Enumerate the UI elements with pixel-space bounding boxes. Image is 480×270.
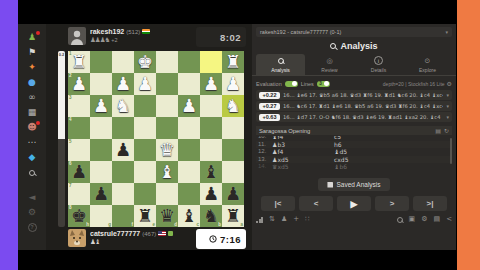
- black-king-h8[interactable]: ♚: [68, 205, 90, 227]
- white-pawn-g3[interactable]: ♟: [90, 95, 112, 117]
- square-d3[interactable]: [156, 95, 178, 117]
- square-g5[interactable]: [90, 139, 112, 161]
- engine-eval-badge: +0.22: [259, 92, 280, 99]
- player-bottom-rating: (467): [142, 231, 156, 237]
- play-button[interactable]: ▶: [337, 196, 371, 211]
- chevron-down-icon[interactable]: ▾: [446, 92, 449, 98]
- square-e4[interactable]: [134, 117, 156, 139]
- move-number: 11.: [256, 141, 272, 149]
- analysis-magnifier-icon: [330, 43, 336, 49]
- black-pawn-h6[interactable]: ♟: [68, 161, 90, 183]
- opening-name[interactable]: Saragossa Opening: [259, 128, 310, 134]
- move-number: 13.: [256, 156, 272, 164]
- analysis-tabs: Analysis ◎ Review i Details ⊙ Explore: [256, 54, 452, 75]
- white-move[interactable]: ♛xd5: [272, 163, 334, 171]
- chevron-down-icon: ▾: [445, 29, 448, 35]
- white-pawn-h2[interactable]: ♟: [68, 73, 90, 95]
- move-list-scrollbar[interactable]: [450, 138, 452, 164]
- themes-icon[interactable]: ▤: [434, 216, 441, 223]
- square-a1[interactable]: ♜: [222, 51, 244, 73]
- square-d8[interactable]: d♛: [156, 205, 178, 227]
- sound-icon[interactable]: ◄: [25, 192, 39, 203]
- puzzles-icon[interactable]: ✦: [25, 62, 39, 73]
- social-icon[interactable]: ☻: [25, 122, 39, 133]
- white-move[interactable]: ♟f4: [272, 148, 334, 156]
- move-number: 12.: [256, 148, 272, 156]
- save-icon: [327, 182, 333, 188]
- square-h7[interactable]: 7: [68, 183, 90, 205]
- more-icon[interactable]: ⋯: [25, 137, 39, 148]
- move-row: 13.♟xd5cxd5: [256, 156, 452, 164]
- playback-controls: |<<▶>>|: [256, 196, 452, 211]
- engine-settings-row: Evaluation Lines 3 depth=20 | Stockfish …: [256, 80, 452, 87]
- square-a2[interactable]: ♟: [222, 73, 244, 95]
- premium-diamond-icon[interactable]: ◆: [25, 152, 39, 163]
- square-d5[interactable]: ♛: [156, 139, 178, 161]
- square-f1[interactable]: [112, 51, 134, 73]
- left-frame-strip: [0, 0, 18, 270]
- back-button[interactable]: <: [299, 196, 333, 211]
- player-bottom-name[interactable]: catsrule777777: [90, 230, 140, 237]
- history-icon[interactable]: ↻: [444, 127, 449, 134]
- help-icon[interactable]: ?: [25, 222, 39, 233]
- square-g3[interactable]: ♟: [90, 95, 112, 117]
- white-pawn-b2[interactable]: ♟: [200, 73, 222, 95]
- square-b4[interactable]: [200, 117, 222, 139]
- white-queen-d5[interactable]: ♛: [156, 139, 178, 161]
- evaluation-toggle[interactable]: [285, 81, 298, 87]
- black-rook-a8[interactable]: ♜: [222, 205, 244, 227]
- search-icon: [278, 57, 284, 65]
- square-e1[interactable]: ♚: [134, 51, 156, 73]
- square-a8[interactable]: a♜: [222, 205, 244, 227]
- square-h6[interactable]: 6♟: [68, 161, 90, 183]
- square-b6[interactable]: ♝: [200, 161, 222, 183]
- white-pawn-a2[interactable]: ♟: [222, 73, 244, 95]
- black-move[interactable]: h6: [334, 141, 396, 149]
- search-icon[interactable]: [25, 167, 39, 178]
- square-f6[interactable]: [112, 161, 134, 183]
- square-h4[interactable]: 4: [68, 117, 90, 139]
- player-top: rakesh192 (512) ♟♟♟♞+2 8:02: [68, 27, 246, 49]
- black-move[interactable]: ♝d5: [334, 148, 396, 156]
- tab-review[interactable]: ◎ Review: [305, 54, 354, 75]
- share-icon[interactable]: <: [446, 216, 452, 223]
- square-h3[interactable]: 3: [68, 95, 90, 117]
- player-top-clock: 8:02: [196, 27, 246, 47]
- screen: ♟⚑✦●∞▦☻⋯◆◄⚙? rakesh192 (512) ♟♟♟♞+2 8:02: [0, 0, 480, 270]
- forward-button[interactable]: >: [375, 196, 409, 211]
- usa-flag-icon: [158, 231, 166, 236]
- tabs-divider: [252, 75, 456, 76]
- opening-bar: Saragossa Opening ▤ ↻: [256, 126, 452, 135]
- chevron-down-icon[interactable]: ▾: [446, 114, 449, 120]
- square-f3[interactable]: ♞: [112, 95, 134, 117]
- square-e3[interactable]: [134, 95, 156, 117]
- square-h2[interactable]: 2♟: [68, 73, 90, 95]
- add-icon[interactable]: +: [293, 216, 299, 223]
- white-rook-a1[interactable]: ♜: [222, 51, 244, 73]
- white-pawn-c3[interactable]: ♟: [178, 95, 200, 117]
- engine-gear-icon[interactable]: ⚙: [447, 80, 452, 87]
- white-move[interactable]: ♟b3: [272, 141, 334, 149]
- tab-analysis[interactable]: Analysis: [256, 54, 305, 75]
- square-c7[interactable]: [178, 183, 200, 205]
- player-top-avatar[interactable]: [68, 27, 86, 45]
- black-move[interactable]: cxd5: [334, 156, 396, 164]
- black-move[interactable]: ♝b6: [334, 163, 396, 171]
- player-bottom-clock: 7:16: [196, 229, 246, 249]
- chevron-down-icon[interactable]: ▾: [446, 103, 449, 109]
- square-g2[interactable]: [90, 73, 112, 95]
- engine-eval-badge: +0.27: [259, 103, 280, 110]
- play-icon[interactable]: ♟: [25, 32, 39, 43]
- square-b3[interactable]: [200, 95, 222, 117]
- white-bishop-d6[interactable]: ♝: [156, 161, 178, 183]
- lines-toggle[interactable]: 3: [317, 81, 330, 87]
- square-e2[interactable]: ♟: [134, 73, 156, 95]
- white-rook-h1[interactable]: ♜: [68, 51, 90, 73]
- square-d6[interactable]: ♝: [156, 161, 178, 183]
- square-c4[interactable]: [178, 117, 200, 139]
- panel-title: Analysis: [256, 41, 452, 51]
- watch-icon[interactable]: ∞: [25, 92, 39, 103]
- engine-eval-badge: +0.63: [259, 114, 280, 121]
- square-h8[interactable]: 8h♚: [68, 205, 90, 227]
- square-g4[interactable]: [90, 117, 112, 139]
- saved-analysis-button[interactable]: Saved Analysis: [318, 178, 389, 191]
- black-pawn-g7[interactable]: ♟: [90, 183, 112, 205]
- square-g1[interactable]: [90, 51, 112, 73]
- square-a3[interactable]: ♞: [222, 95, 244, 117]
- clock-icon: [209, 235, 217, 243]
- lines-label: Lines: [301, 81, 314, 87]
- move-list: 10.♝f4c511.♟b3h612.♟f4♝d513.♟xd5cxd514.♛…: [256, 136, 452, 173]
- square-a4[interactable]: [222, 117, 244, 139]
- notification-dot: [36, 121, 40, 125]
- square-a6[interactable]: [222, 161, 244, 183]
- tab-explore[interactable]: ⊙ Explore: [403, 54, 452, 75]
- black-pawn-a7[interactable]: ♟: [222, 183, 244, 205]
- square-g6[interactable]: [90, 161, 112, 183]
- square-e5[interactable]: [134, 139, 156, 161]
- move-row: 11.♟b3h6: [256, 141, 452, 149]
- info-icon: i: [374, 57, 383, 65]
- engine-line-3[interactable]: +0.6316... ♝d7 17. O-O ♞f6 18. ♛d3 ♝e6 1…: [256, 112, 452, 122]
- black-rook-e8[interactable]: ♜: [134, 205, 156, 227]
- game-selector-label: rakesh192 - catsrule777777 (0-1): [260, 29, 341, 35]
- evaluation-value: 0.2: [58, 52, 65, 57]
- more-options-icon[interactable]: ∷: [305, 216, 309, 223]
- player-top-name[interactable]: rakesh192: [90, 28, 124, 35]
- learn-icon[interactable]: ●: [25, 77, 39, 88]
- square-e8[interactable]: e♜: [134, 205, 156, 227]
- square-h5[interactable]: 5: [68, 139, 90, 161]
- right-frame-strip: [457, 0, 480, 270]
- square-c6[interactable]: [178, 161, 200, 183]
- move-number: 14.: [256, 163, 272, 171]
- square-d1[interactable]: [156, 51, 178, 73]
- square-g8[interactable]: g: [90, 205, 112, 227]
- game-selector-dropdown[interactable]: rakesh192 - catsrule777777 (0-1) ▾: [256, 27, 452, 37]
- engine-line-1[interactable]: +0.2216... ♝e6 17. ♛b5 a6 18. ♛d3 ♜f6 19…: [256, 90, 452, 100]
- white-knight-f3[interactable]: ♞: [112, 95, 134, 117]
- square-h1[interactable]: 1♜: [68, 51, 90, 73]
- india-flag-icon: [142, 29, 150, 34]
- player-bottom-avatar[interactable]: [68, 229, 86, 247]
- square-d4[interactable]: [156, 117, 178, 139]
- review-icon: ◎: [326, 57, 332, 65]
- jump-start-button[interactable]: |<: [261, 196, 295, 211]
- square-c3[interactable]: ♟: [178, 95, 200, 117]
- white-king-e1[interactable]: ♚: [134, 51, 156, 73]
- square-d2[interactable]: [156, 73, 178, 95]
- events-trophy-icon[interactable]: ⚑: [25, 47, 39, 58]
- engine-info-label: depth=20 | Stockfish 16 Lite: [383, 81, 445, 87]
- analysis-panel: rakesh192 - catsrule777777 (0-1) ▾ Analy…: [252, 24, 456, 250]
- square-d7[interactable]: [156, 183, 178, 205]
- evaluation-label: Evaluation: [256, 81, 282, 87]
- square-f7[interactable]: [112, 183, 134, 205]
- engine-lines: +0.2216... ♝e6 17. ♛b5 a6 18. ♛d3 ♜f6 19…: [256, 90, 452, 122]
- square-b5[interactable]: [200, 139, 222, 161]
- engine-line-moves: 16... ♝e6 17. ♛b5 a6 18. ♛d3 ♜f6 19. ♜d1…: [283, 92, 443, 98]
- square-f8[interactable]: f: [112, 205, 134, 227]
- square-c1[interactable]: [178, 51, 200, 73]
- square-f2[interactable]: ♟: [112, 73, 134, 95]
- square-f5[interactable]: ♟: [112, 139, 134, 161]
- black-pawn-f5[interactable]: ♟: [112, 139, 134, 161]
- preferences-icon[interactable]: ⚙: [421, 216, 427, 223]
- black-bishop-c8[interactable]: ♝: [178, 205, 200, 227]
- notification-dot: [36, 31, 40, 35]
- flip-board-icon[interactable]: ⇅: [269, 216, 275, 223]
- square-c5[interactable]: [178, 139, 200, 161]
- square-c8[interactable]: c♝: [178, 205, 200, 227]
- jump-end-button[interactable]: >|: [413, 196, 447, 211]
- compass-icon: ⊙: [425, 57, 431, 65]
- white-move[interactable]: ♟xd5: [272, 156, 334, 164]
- evaluation-bar: 0.2: [58, 51, 65, 227]
- square-b7[interactable]: ♟: [200, 183, 222, 205]
- black-knight-b8[interactable]: ♞: [200, 205, 222, 227]
- white-knight-a3[interactable]: ♞: [222, 95, 244, 117]
- news-icon[interactable]: ▦: [25, 107, 39, 118]
- square-c2[interactable]: [178, 73, 200, 95]
- board-zone: rakesh192 (512) ♟♟♟♞+2 8:02 0.2 1♜♚♜2♟♟♟…: [46, 24, 252, 250]
- black-pawn-b7[interactable]: ♟: [200, 183, 222, 205]
- black-queen-d8[interactable]: ♛: [156, 205, 178, 227]
- square-e7[interactable]: [134, 183, 156, 205]
- player-bottom: catsrule777777 (467) ♟♝ 7:16: [68, 229, 246, 251]
- engine-icon[interactable]: ▣: [409, 216, 416, 223]
- tab-details[interactable]: i Details: [354, 54, 403, 75]
- flair-badge-icon: [168, 231, 173, 236]
- square-a5[interactable]: [222, 139, 244, 161]
- player-top-rating: (512): [126, 29, 140, 35]
- square-b1[interactable]: [200, 51, 222, 73]
- engine-line-moves: 16... ♝d7 17. O-O ♞f6 18. ♛d3 ♝e6 19. ♜a…: [283, 114, 443, 120]
- engine-line-moves: 16... ♞c6 17. ♜d1 ♝e6 18. ♛b5 a6 19. ♛d3…: [283, 103, 443, 109]
- eval-chart-icon[interactable]: [256, 217, 263, 223]
- square-g7[interactable]: ♟: [90, 183, 112, 205]
- opening-book-icon[interactable]: ▤: [435, 127, 441, 134]
- zoom-icon[interactable]: [397, 217, 403, 223]
- settings-gear-icon[interactable]: ⚙: [25, 207, 39, 218]
- black-bishop-b6[interactable]: ♝: [200, 161, 222, 183]
- white-pawn-f2[interactable]: ♟: [112, 73, 134, 95]
- practice-icon[interactable]: ♟: [281, 216, 287, 223]
- move-row: 14.♛xd5♝b6: [256, 163, 452, 171]
- square-e6[interactable]: [134, 161, 156, 183]
- square-b2[interactable]: ♟: [200, 73, 222, 95]
- panel-footer-icons: ⇅♟+∷ ▣⚙▤<: [256, 216, 452, 223]
- chess-board: 1♜♚♜2♟♟♟♟♟3♟♞♟♞45♟♛6♟♝♝7♟♟♟8h♚gfe♜d♛c♝b♞…: [68, 51, 244, 227]
- app-sidebar: ♟⚑✦●∞▦☻⋯◆◄⚙?: [18, 24, 46, 250]
- square-a7[interactable]: ♟: [222, 183, 244, 205]
- material-advantage: +2: [111, 37, 117, 43]
- move-row: 12.♟f4♝d5: [256, 148, 452, 156]
- engine-line-2[interactable]: +0.2716... ♞c6 17. ♜d1 ♝e6 18. ♛b5 a6 19…: [256, 101, 452, 111]
- white-pawn-e2[interactable]: ♟: [134, 73, 156, 95]
- square-f4[interactable]: [112, 117, 134, 139]
- square-b8[interactable]: b♞: [200, 205, 222, 227]
